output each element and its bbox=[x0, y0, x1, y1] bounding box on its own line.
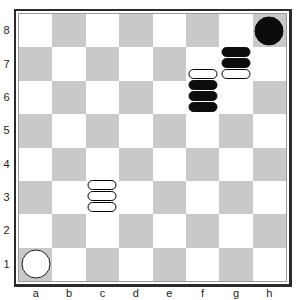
file-label-f: f bbox=[186, 288, 219, 300]
rank-label-7: 7 bbox=[0, 47, 13, 80]
tower-stack-g7[interactable] bbox=[221, 47, 250, 79]
square-c5[interactable] bbox=[86, 114, 119, 147]
board-frame bbox=[14, 9, 292, 287]
square-h8[interactable] bbox=[253, 14, 286, 47]
black-checker-g7-1 bbox=[221, 47, 250, 57]
file-label-a: a bbox=[19, 288, 52, 300]
white-disc-a1[interactable] bbox=[21, 250, 50, 279]
square-d3[interactable] bbox=[119, 181, 152, 214]
square-g8[interactable] bbox=[219, 14, 252, 47]
square-d8[interactable] bbox=[119, 14, 152, 47]
square-g7[interactable] bbox=[219, 47, 252, 80]
diagram-page: 87654321 abcdefgh bbox=[0, 0, 298, 300]
square-e7[interactable] bbox=[153, 47, 186, 80]
square-h3[interactable] bbox=[253, 181, 286, 214]
square-a7[interactable] bbox=[19, 47, 52, 80]
black-checker-g7-2 bbox=[221, 58, 250, 68]
square-b2[interactable] bbox=[52, 214, 85, 247]
square-a4[interactable] bbox=[19, 148, 52, 181]
square-f5[interactable] bbox=[186, 114, 219, 147]
rank-label-4: 4 bbox=[0, 148, 13, 181]
board bbox=[18, 13, 287, 282]
square-c6[interactable] bbox=[86, 81, 119, 114]
rank-label-6: 6 bbox=[0, 81, 13, 114]
square-e1[interactable] bbox=[153, 248, 186, 281]
white-checker-c3-1 bbox=[88, 180, 117, 190]
square-a3[interactable] bbox=[19, 181, 52, 214]
square-b6[interactable] bbox=[52, 81, 85, 114]
square-h2[interactable] bbox=[253, 214, 286, 247]
square-f3[interactable] bbox=[186, 181, 219, 214]
rank-label-8: 8 bbox=[0, 14, 13, 47]
square-f4[interactable] bbox=[186, 148, 219, 181]
square-g5[interactable] bbox=[219, 114, 252, 147]
square-g6[interactable] bbox=[219, 81, 252, 114]
square-h5[interactable] bbox=[253, 114, 286, 147]
tower-stack-c3[interactable] bbox=[88, 180, 117, 212]
square-a6[interactable] bbox=[19, 81, 52, 114]
rank-label-2: 2 bbox=[0, 214, 13, 247]
white-checker-c3-2 bbox=[88, 191, 117, 201]
file-label-h: h bbox=[253, 288, 286, 300]
rank-label-3: 3 bbox=[0, 181, 13, 214]
square-h6[interactable] bbox=[253, 81, 286, 114]
square-e5[interactable] bbox=[153, 114, 186, 147]
square-g2[interactable] bbox=[219, 214, 252, 247]
file-label-e: e bbox=[153, 288, 186, 300]
white-checker-f6-1 bbox=[188, 69, 217, 79]
white-checker-c3-3 bbox=[88, 202, 117, 212]
black-checker-f6-4 bbox=[188, 102, 217, 112]
square-h4[interactable] bbox=[253, 148, 286, 181]
square-c8[interactable] bbox=[86, 14, 119, 47]
square-f1[interactable] bbox=[186, 248, 219, 281]
square-b8[interactable] bbox=[52, 14, 85, 47]
rank-label-5: 5 bbox=[0, 114, 13, 147]
square-b4[interactable] bbox=[52, 148, 85, 181]
square-e8[interactable] bbox=[153, 14, 186, 47]
file-label-b: b bbox=[52, 288, 85, 300]
square-f6[interactable] bbox=[186, 81, 219, 114]
square-g1[interactable] bbox=[219, 248, 252, 281]
square-c4[interactable] bbox=[86, 148, 119, 181]
square-c1[interactable] bbox=[86, 248, 119, 281]
square-f2[interactable] bbox=[186, 214, 219, 247]
square-a2[interactable] bbox=[19, 214, 52, 247]
square-a5[interactable] bbox=[19, 114, 52, 147]
square-g3[interactable] bbox=[219, 181, 252, 214]
square-d4[interactable] bbox=[119, 148, 152, 181]
square-d7[interactable] bbox=[119, 47, 152, 80]
square-e3[interactable] bbox=[153, 181, 186, 214]
square-a8[interactable] bbox=[19, 14, 52, 47]
square-c7[interactable] bbox=[86, 47, 119, 80]
square-c2[interactable] bbox=[86, 214, 119, 247]
square-b7[interactable] bbox=[52, 47, 85, 80]
square-e2[interactable] bbox=[153, 214, 186, 247]
square-e6[interactable] bbox=[153, 81, 186, 114]
square-d5[interactable] bbox=[119, 114, 152, 147]
file-label-g: g bbox=[219, 288, 252, 300]
white-checker-g7-3 bbox=[221, 69, 250, 79]
black-checker-f6-2 bbox=[188, 80, 217, 90]
square-h7[interactable] bbox=[253, 47, 286, 80]
square-d1[interactable] bbox=[119, 248, 152, 281]
file-label-d: d bbox=[119, 288, 152, 300]
tower-stack-f6[interactable] bbox=[188, 69, 217, 112]
rank-label-1: 1 bbox=[0, 248, 13, 281]
rank-labels: 87654321 bbox=[0, 14, 13, 281]
square-e4[interactable] bbox=[153, 148, 186, 181]
square-d2[interactable] bbox=[119, 214, 152, 247]
square-g4[interactable] bbox=[219, 148, 252, 181]
square-f8[interactable] bbox=[186, 14, 219, 47]
square-h1[interactable] bbox=[253, 248, 286, 281]
black-checker-f6-3 bbox=[188, 91, 217, 101]
file-labels: abcdefgh bbox=[19, 288, 286, 300]
square-d6[interactable] bbox=[119, 81, 152, 114]
file-label-c: c bbox=[86, 288, 119, 300]
square-a1[interactable] bbox=[19, 248, 52, 281]
square-b1[interactable] bbox=[52, 248, 85, 281]
black-disc-h8[interactable] bbox=[255, 16, 284, 45]
square-b5[interactable] bbox=[52, 114, 85, 147]
square-c3[interactable] bbox=[86, 181, 119, 214]
square-b3[interactable] bbox=[52, 181, 85, 214]
